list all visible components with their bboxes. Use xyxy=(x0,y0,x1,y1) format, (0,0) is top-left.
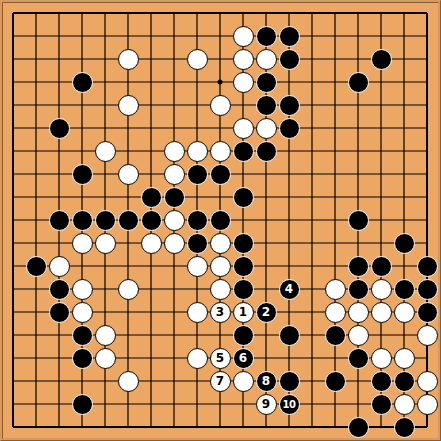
stone-white xyxy=(187,302,208,323)
stone-white xyxy=(187,49,208,70)
stone-black xyxy=(233,187,254,208)
stone-black xyxy=(394,233,415,254)
stone-white xyxy=(210,256,231,277)
stone-white xyxy=(95,348,116,369)
stone-black xyxy=(279,325,300,346)
stone-black xyxy=(279,371,300,392)
stone-white xyxy=(164,141,185,162)
stone-white xyxy=(371,302,392,323)
stone-white xyxy=(233,118,254,139)
stone-black xyxy=(348,348,369,369)
stone-white xyxy=(164,164,185,185)
stone-black xyxy=(348,72,369,93)
stone-white xyxy=(256,118,277,139)
stone-white xyxy=(325,279,346,300)
stone-black xyxy=(210,164,231,185)
stone-black xyxy=(256,371,277,392)
stone-black xyxy=(348,210,369,231)
stone-black xyxy=(394,371,415,392)
stone-black xyxy=(187,164,208,185)
stone-black xyxy=(49,302,70,323)
stone-black xyxy=(371,394,392,415)
stone-white xyxy=(210,348,231,369)
stone-black xyxy=(394,279,415,300)
stone-black xyxy=(72,164,93,185)
stone-white xyxy=(233,302,254,323)
stone-black xyxy=(164,187,185,208)
stone-black xyxy=(371,49,392,70)
stone-black xyxy=(417,302,438,323)
stone-black xyxy=(256,26,277,47)
stone-black xyxy=(233,141,254,162)
stone-black xyxy=(72,394,93,415)
stone-black xyxy=(72,210,93,231)
stone-white xyxy=(95,141,116,162)
stone-black xyxy=(417,256,438,277)
stone-white xyxy=(233,371,254,392)
stone-black xyxy=(256,302,277,323)
stone-white xyxy=(371,279,392,300)
stone-white xyxy=(394,348,415,369)
stone-white xyxy=(210,371,231,392)
stone-white xyxy=(95,325,116,346)
stone-white xyxy=(118,371,139,392)
stone-white xyxy=(210,233,231,254)
stone-white xyxy=(210,95,231,116)
stone-black xyxy=(279,118,300,139)
stone-white xyxy=(394,302,415,323)
stone-white xyxy=(187,256,208,277)
stone-white xyxy=(118,95,139,116)
stone-black xyxy=(72,325,93,346)
stone-black xyxy=(233,256,254,277)
stone-white xyxy=(187,141,208,162)
stone-white xyxy=(256,49,277,70)
stone-black xyxy=(26,256,47,277)
stone-white xyxy=(210,141,231,162)
stone-white xyxy=(72,302,93,323)
stone-white xyxy=(233,72,254,93)
stone-black xyxy=(49,210,70,231)
stone-white xyxy=(164,210,185,231)
stone-black xyxy=(233,325,254,346)
stone-black xyxy=(417,279,438,300)
hoshi-point xyxy=(218,80,223,85)
stone-white xyxy=(210,302,231,323)
stone-black xyxy=(233,233,254,254)
stone-white xyxy=(371,348,392,369)
stone-white xyxy=(72,233,93,254)
stone-white xyxy=(394,394,415,415)
stone-black xyxy=(348,417,369,438)
stone-white xyxy=(118,164,139,185)
stone-black xyxy=(256,95,277,116)
stone-black xyxy=(279,95,300,116)
stone-black xyxy=(371,256,392,277)
stone-black xyxy=(187,210,208,231)
stone-white xyxy=(256,394,277,415)
stone-black xyxy=(348,256,369,277)
stone-white xyxy=(118,49,139,70)
stone-black xyxy=(256,72,277,93)
stone-white xyxy=(417,394,438,415)
stone-white xyxy=(325,302,346,323)
stone-white xyxy=(118,279,139,300)
stone-white xyxy=(95,233,116,254)
stone-black xyxy=(49,118,70,139)
stone-black xyxy=(95,210,116,231)
stone-black xyxy=(72,72,93,93)
stone-black xyxy=(187,233,208,254)
stone-black xyxy=(118,210,139,231)
stone-black xyxy=(279,279,300,300)
stone-black xyxy=(256,141,277,162)
stone-black xyxy=(371,371,392,392)
stone-black xyxy=(279,394,300,415)
stone-white xyxy=(233,26,254,47)
stone-black xyxy=(348,279,369,300)
stone-white xyxy=(187,348,208,369)
stone-black xyxy=(72,348,93,369)
stone-white xyxy=(233,49,254,70)
stone-white xyxy=(348,302,369,323)
stone-black xyxy=(325,325,346,346)
stone-black xyxy=(233,348,254,369)
stone-white xyxy=(417,325,438,346)
stone-black xyxy=(394,417,415,438)
stone-black xyxy=(233,279,254,300)
stone-black xyxy=(210,210,231,231)
stone-black xyxy=(279,26,300,47)
stone-white xyxy=(72,279,93,300)
go-board: 12345678910 xyxy=(0,0,441,441)
stone-black xyxy=(279,49,300,70)
stone-white xyxy=(49,256,70,277)
stone-white xyxy=(348,325,369,346)
stone-white xyxy=(417,371,438,392)
stone-black xyxy=(141,187,162,208)
stone-white xyxy=(141,233,162,254)
stone-black xyxy=(141,210,162,231)
stone-black xyxy=(49,279,70,300)
stone-white xyxy=(210,279,231,300)
stone-white xyxy=(164,233,185,254)
stone-black xyxy=(325,371,346,392)
